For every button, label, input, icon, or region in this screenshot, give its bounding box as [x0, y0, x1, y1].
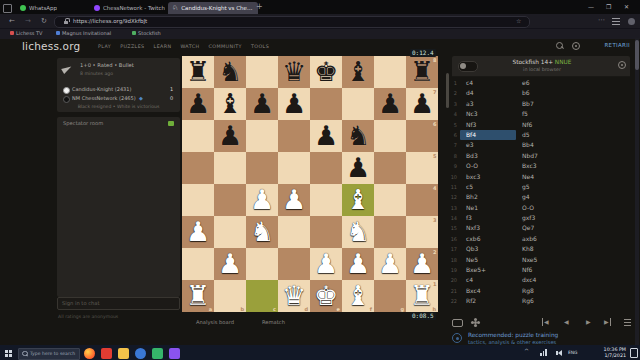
forward-button[interactable]: →: [25, 17, 31, 26]
square-h3[interactable]: 3: [406, 216, 438, 248]
black-n-piece-b8[interactable]: ♞: [214, 56, 246, 87]
move-number: 19: [450, 265, 460, 275]
move-number: 13: [450, 203, 460, 213]
move-9-b[interactable]: Bxc3: [516, 161, 572, 171]
square-e5[interactable]: [310, 152, 342, 184]
nav-tools[interactable]: TOOLS: [251, 44, 269, 49]
window-minimize-button[interactable]: —: [588, 3, 594, 10]
rematch-link[interactable]: Rematch: [262, 319, 285, 325]
file-label-a: a: [209, 306, 212, 312]
square-b5[interactable]: [214, 152, 246, 184]
square-h8[interactable]: ♜8: [406, 56, 438, 88]
square-d3[interactable]: [278, 216, 310, 248]
square-a6[interactable]: [182, 120, 214, 152]
bookmark-star-icon[interactable]: ☆: [516, 17, 521, 24]
next-move-button[interactable]: ▶: [586, 318, 591, 326]
move-19-w[interactable]: Bxe5+: [460, 265, 516, 275]
white-p-piece-a3[interactable]: ♟: [182, 216, 214, 247]
move-13-w[interactable]: Ne1: [460, 203, 516, 213]
taskbar-clock[interactable]: 10:36 PM 1/7/2021: [590, 347, 626, 359]
square-e4[interactable]: [310, 184, 342, 216]
gear-icon[interactable]: [572, 42, 580, 50]
black-b-piece-f8[interactable]: ♝: [342, 56, 374, 87]
bookmark-favicon: [10, 31, 14, 35]
move-10-b[interactable]: Ne4: [516, 172, 572, 182]
tab-overview-icon[interactable]: [3, 4, 12, 13]
black-p-piece-g7[interactable]: ♟: [374, 88, 406, 119]
move-number: 4: [450, 109, 460, 119]
nav-watch[interactable]: WATCH: [180, 44, 199, 49]
move-9-w[interactable]: O-O: [460, 161, 516, 171]
window-close-button[interactable]: ✕: [624, 3, 629, 10]
move-8-b[interactable]: Nbd7: [516, 151, 572, 161]
overflow-menu-icon[interactable]: ⋯: [598, 16, 605, 24]
square-f6[interactable]: ♞: [342, 120, 374, 152]
last-move-button[interactable]: ▶: [604, 318, 611, 326]
move-12-w[interactable]: Bh2: [460, 192, 516, 202]
move-number: 1: [450, 78, 460, 88]
notification-center-icon[interactable]: [630, 348, 638, 358]
square-f4[interactable]: ♝: [342, 184, 374, 216]
taskbar-app-5[interactable]: [152, 348, 163, 359]
start-button[interactable]: [5, 350, 12, 357]
taskbar-app-files[interactable]: [118, 348, 129, 359]
move-number: 2: [450, 88, 460, 98]
game-age: 8 minutes ago: [80, 71, 113, 76]
search-icon: [561, 46, 564, 49]
square-b7[interactable]: ♝: [214, 88, 246, 120]
square-c2[interactable]: [246, 248, 278, 280]
square-g6[interactable]: [374, 120, 406, 152]
move-18-b[interactable]: Nxe5: [516, 255, 572, 265]
move-number: 16: [450, 234, 460, 244]
rank-label-3: 3: [433, 217, 436, 223]
square-g4[interactable]: [374, 184, 406, 216]
move-number: 17: [450, 244, 460, 254]
move-19-b[interactable]: Nf6: [516, 265, 572, 275]
square-d6[interactable]: [278, 120, 310, 152]
moves-menu-icon[interactable]: [624, 319, 631, 326]
square-d5[interactable]: [278, 152, 310, 184]
promo-link-line1[interactable]: Recommended: puzzle training: [468, 332, 558, 338]
lichess-logo[interactable]: lichess.org: [22, 40, 80, 52]
move-7-w[interactable]: e3: [460, 140, 516, 150]
move-2-b[interactable]: b6: [516, 88, 572, 98]
taskbar-search-placeholder: Type here to search: [30, 351, 75, 356]
move-list: 1c4e62d4b63a3Bb74Nc3f55Nf3Nf66Bf4d57e3Bb…: [450, 78, 580, 307]
engine-settings-gear-icon[interactable]: [618, 61, 626, 69]
move-17-w[interactable]: Qb3: [460, 244, 516, 254]
move-14-w[interactable]: f3: [460, 213, 516, 223]
square-g7[interactable]: ♟: [374, 88, 406, 120]
previous-move-button[interactable]: ◀: [564, 318, 569, 326]
chat-note: All ratings are anonymous: [58, 314, 118, 319]
square-a4[interactable]: [182, 184, 214, 216]
clock-date: 1/7/2021: [590, 353, 626, 359]
file-label-h: h: [432, 306, 436, 312]
move-11-b[interactable]: g5: [516, 182, 572, 192]
square-f2[interactable]: ♟: [342, 248, 374, 280]
square-c1[interactable]: c: [246, 280, 278, 312]
move-3-w[interactable]: a3: [460, 99, 516, 109]
black-p-piece-b6[interactable]: ♟: [214, 120, 246, 151]
engine-toggle-knob: [460, 63, 466, 69]
bookmark-favicon: [56, 31, 60, 35]
square-a2[interactable]: [182, 248, 214, 280]
move-11-w[interactable]: c5: [460, 182, 516, 192]
move-16-b[interactable]: axb6: [516, 234, 572, 244]
taskbar-app-4[interactable]: [135, 348, 146, 359]
bookmark-item[interactable]: Magnus Invitational: [56, 30, 111, 36]
file-label-g: g: [400, 306, 404, 312]
bookmark-label: Stockfish: [138, 30, 161, 36]
analysis-settings-icon[interactable]: [474, 321, 477, 324]
site-nav: PLAY PUZZLES LEARN WATCH COMMUNITY TOOLS: [98, 44, 269, 49]
square-a1[interactable]: ♜a: [182, 280, 214, 312]
move-number: 14: [450, 213, 460, 223]
black-n-piece-f6[interactable]: ♞: [342, 120, 374, 151]
move-number: 10: [450, 172, 460, 182]
black-clock: 0:12.4: [410, 49, 436, 57]
move-14-b[interactable]: gxf3: [516, 213, 572, 223]
file-label-b: b: [240, 306, 244, 312]
square-b6[interactable]: ♟: [214, 120, 246, 152]
black-p-piece-f5[interactable]: ♟: [342, 152, 374, 183]
move-2-w[interactable]: d4: [460, 88, 516, 98]
black-p-piece-d7[interactable]: ♟: [278, 88, 310, 119]
first-move-button[interactable]: ◀: [542, 318, 549, 326]
file-label-f: f: [370, 306, 372, 312]
nav-community[interactable]: COMMUNITY: [208, 44, 241, 49]
white-p-piece-f2[interactable]: ♟: [342, 248, 374, 279]
black-q-piece-d8[interactable]: ♛: [278, 56, 310, 87]
move-5-b[interactable]: Nf6: [516, 120, 572, 130]
rank-label-4: 4: [433, 185, 436, 191]
move-21-w[interactable]: Bxc4: [460, 286, 516, 296]
move-1-w[interactable]: c4: [460, 78, 516, 88]
square-b4[interactable]: [214, 184, 246, 216]
move-6-w[interactable]: Bf4: [460, 130, 516, 140]
square-e7[interactable]: [310, 88, 342, 120]
square-c7[interactable]: ♟: [246, 88, 278, 120]
bookmark-item[interactable]: Stockfish: [132, 30, 161, 36]
white-clock: 0:08.5: [410, 312, 436, 320]
move-12-b[interactable]: g4: [516, 192, 572, 202]
move-20-b[interactable]: dxc4: [516, 275, 572, 285]
rank-label-1: 1: [433, 281, 436, 287]
analysis-board-link[interactable]: Analysis board: [196, 319, 234, 325]
puzzle-promo-icon: [452, 333, 462, 343]
square-e2[interactable]: ♟: [310, 248, 342, 280]
nav-play[interactable]: PLAY: [98, 44, 111, 49]
move-4-w[interactable]: Nc3: [460, 109, 516, 119]
black-p-piece-e6[interactable]: ♟: [310, 120, 342, 151]
taskbar-search-box[interactable]: Type here to search: [18, 348, 80, 360]
square-h2[interactable]: ♟2: [406, 248, 438, 280]
browser-tab-whatsapp[interactable]: WhatsApp: [16, 2, 90, 15]
chess-board: ♜♞♛♚♝♜8♟♝♟♟♟♟7♟♟♞6♟5♟♟♝4♟♞♞3♟♟♟♟♟2♜abc♛d…: [182, 56, 438, 312]
move-15-w[interactable]: Nxf3: [460, 223, 516, 233]
taskbar-app-firefox[interactable]: [84, 348, 95, 359]
rank-label-8: 8: [433, 57, 436, 63]
move-21-b[interactable]: Rg8: [516, 286, 572, 296]
black-b-piece-b7[interactable]: ♝: [214, 88, 246, 119]
move-13-b[interactable]: O-O: [516, 203, 572, 213]
square-a7[interactable]: ♟: [182, 88, 214, 120]
move-22-w[interactable]: Rf2: [460, 296, 516, 306]
white-player-name[interactable]: Candidus-Knight (2431): [72, 86, 131, 92]
chat-title: Spectator room: [63, 120, 103, 126]
move-list-scrollbar[interactable]: [446, 73, 449, 108]
square-d4[interactable]: ♟: [278, 184, 310, 216]
file-label-c: c: [273, 306, 276, 312]
square-c3[interactable]: ♞: [246, 216, 278, 248]
move-18-w[interactable]: Ne5: [460, 255, 516, 265]
bookmark-label: Lichess TV: [16, 30, 42, 36]
bookmark-label: Magnus Invitational: [62, 30, 111, 36]
file-label-d: d: [304, 306, 308, 312]
black-player-name[interactable]: NM ChessNetwork (2465): [72, 95, 136, 101]
keyboard-language[interactable]: ENG: [568, 350, 577, 355]
twitch-favicon: [94, 5, 100, 11]
taskbar-app-2[interactable]: [101, 348, 112, 359]
url-text: https://lichess.org/9dXkfbJt: [73, 18, 147, 24]
browser-tab-lichess-active[interactable]: ♘ Candidus-Knight vs ChessNetwork • lich…: [168, 2, 258, 15]
new-tab-button[interactable]: +: [256, 2, 263, 11]
move-number: 18: [450, 255, 460, 265]
white-p-piece-b2[interactable]: ♟: [214, 248, 246, 279]
square-g5[interactable]: [374, 152, 406, 184]
square-h5[interactable]: 5: [406, 152, 438, 184]
move-22-b[interactable]: Rg6: [516, 296, 572, 306]
chat-toggle[interactable]: [168, 121, 174, 126]
black-color-disc: [63, 96, 70, 103]
bookmark-favicon: [132, 31, 136, 35]
square-b2[interactable]: ♟: [214, 248, 246, 280]
square-c4[interactable]: ♟: [246, 184, 278, 216]
white-p-piece-d4[interactable]: ♟: [278, 184, 310, 215]
square-c6[interactable]: [246, 120, 278, 152]
chat-placeholder: Sign in to chat: [62, 300, 100, 306]
browser-menu-icon[interactable]: [612, 18, 620, 25]
square-f1[interactable]: ♝f: [342, 280, 374, 312]
square-g1[interactable]: g: [374, 280, 406, 312]
nav-learn[interactable]: LEARN: [154, 44, 172, 49]
square-f8[interactable]: ♝: [342, 56, 374, 88]
move-10-w[interactable]: bxc3: [460, 172, 516, 182]
move-number: 9: [450, 161, 460, 171]
window-maximize-button[interactable]: ❐: [606, 3, 611, 10]
tab-label: WhatsApp: [29, 5, 57, 11]
square-h4[interactable]: 4: [406, 184, 438, 216]
tab-label: ChessNetwork - Twitch: [103, 5, 165, 11]
move-number: 8: [450, 151, 460, 161]
white-n-piece-c3[interactable]: ♞: [246, 216, 278, 247]
square-h1[interactable]: ♜h1: [406, 280, 438, 312]
patron-wing-icon: ◆: [139, 95, 143, 101]
lichess-knight-favicon: ♘: [172, 2, 178, 14]
move-7-b[interactable]: Bb4: [516, 140, 572, 150]
white-b-piece-f4[interactable]: ♝: [342, 184, 374, 215]
lock-icon: [64, 21, 68, 24]
taskbar-app-6[interactable]: [169, 348, 180, 359]
reload-button[interactable]: ↻: [41, 17, 47, 26]
engine-name-text: Stockfish 14+: [513, 59, 553, 65]
square-c5[interactable]: [246, 152, 278, 184]
white-p-piece-c4[interactable]: ♟: [246, 184, 278, 215]
square-h7[interactable]: ♟7: [406, 88, 438, 120]
black-p-piece-c7[interactable]: ♟: [246, 88, 278, 119]
square-b1[interactable]: b: [214, 280, 246, 312]
chat-bubble-icon[interactable]: [452, 319, 463, 327]
move-number: 5: [450, 120, 460, 130]
move-20-w[interactable]: c4: [460, 275, 516, 285]
engine-name: Stockfish 14+ NNUE: [482, 59, 602, 65]
move-8-w[interactable]: Bd3: [460, 151, 516, 161]
browser-profile-avatar[interactable]: [628, 18, 635, 25]
white-result: 1: [170, 86, 173, 92]
desktop-screenshot: WhatsApp ChessNetwork - Twitch ♘ Candidu…: [0, 0, 640, 360]
move-17-b[interactable]: Kh8: [516, 244, 572, 254]
white-p-piece-e2[interactable]: ♟: [310, 248, 342, 279]
rank-label-2: 2: [433, 249, 436, 255]
file-label-e: e: [337, 306, 340, 312]
square-d1[interactable]: ♛d: [278, 280, 310, 312]
black-k-piece-e8[interactable]: ♚: [310, 56, 342, 87]
rank-label-7: 7: [433, 89, 436, 95]
white-p-piece-g2[interactable]: ♟: [374, 248, 406, 279]
page-scrollbar-track: [635, 38, 639, 345]
tab-label: Candidus-Knight vs ChessNetwork • liches…: [181, 5, 254, 11]
square-e3[interactable]: [310, 216, 342, 248]
square-b3[interactable]: [214, 216, 246, 248]
move-5-w[interactable]: Nf3: [460, 120, 516, 130]
time-control: 1+0 • Rated • Bullet: [80, 62, 134, 68]
black-r-piece-a8[interactable]: ♜: [182, 56, 214, 87]
square-e6[interactable]: ♟: [310, 120, 342, 152]
network-icon[interactable]: [540, 349, 548, 356]
square-a8[interactable]: ♜: [182, 56, 214, 88]
square-f5[interactable]: ♟: [342, 152, 374, 184]
move-3-b[interactable]: Bb7: [516, 99, 572, 109]
square-a5[interactable]: [182, 152, 214, 184]
move-number: 7: [450, 140, 460, 150]
white-n-piece-f3[interactable]: ♞: [342, 216, 374, 247]
move-15-b[interactable]: Qe7: [516, 223, 572, 233]
square-b8[interactable]: ♞: [214, 56, 246, 88]
move-number: 12: [450, 192, 460, 202]
move-number: 21: [450, 286, 460, 296]
square-g8[interactable]: [374, 56, 406, 88]
square-f7[interactable]: [342, 88, 374, 120]
square-d8[interactable]: ♛: [278, 56, 310, 88]
engine-nnue-badge: NNUE: [555, 59, 572, 65]
move-number: 15: [450, 223, 460, 233]
tray-expand-icon[interactable]: ^: [524, 347, 529, 354]
volume-icon: [558, 350, 562, 356]
bookmark-item[interactable]: Lichess TV: [10, 30, 42, 36]
move-1-b[interactable]: e6: [516, 78, 572, 88]
square-c8[interactable]: [246, 56, 278, 88]
move-number: 3: [450, 99, 460, 109]
move-16-w[interactable]: cxb6: [460, 234, 516, 244]
rank-label-5: 5: [433, 153, 436, 159]
whatsapp-favicon: [20, 5, 26, 11]
page-scrollbar-thumb[interactable]: [635, 40, 639, 70]
move-number: 6: [450, 130, 460, 140]
square-h6[interactable]: 6: [406, 120, 438, 152]
move-4-b[interactable]: f5: [516, 109, 572, 119]
move-number: 22: [450, 296, 460, 306]
square-a3[interactable]: ♟: [182, 216, 214, 248]
square-e1[interactable]: ♚e: [310, 280, 342, 312]
black-p-piece-a7[interactable]: ♟: [182, 88, 214, 119]
move-6-b[interactable]: d5: [516, 130, 572, 140]
black-result: 0: [170, 95, 173, 101]
spectator-chat-panel: [57, 117, 180, 297]
square-g3[interactable]: [374, 216, 406, 248]
square-e8[interactable]: ♚: [310, 56, 342, 88]
square-f3[interactable]: ♞: [342, 216, 374, 248]
move-number: 20: [450, 275, 460, 285]
game-status: Black resigned • White is victorious: [57, 104, 180, 109]
rank-label-6: 6: [433, 121, 436, 127]
square-g2[interactable]: ♟: [374, 248, 406, 280]
logged-in-username[interactable]: RETIARII: [604, 42, 630, 48]
nav-puzzles[interactable]: PUZZLES: [120, 44, 144, 49]
square-d2[interactable]: [278, 248, 310, 280]
back-button[interactable]: ←: [9, 17, 15, 26]
white-color-disc: [63, 87, 70, 94]
browser-tab-twitch[interactable]: ChessNetwork - Twitch: [90, 2, 170, 15]
search-icon: [26, 354, 28, 356]
move-number: 11: [450, 182, 460, 192]
square-d7[interactable]: ♟: [278, 88, 310, 120]
engine-location: in local browser: [482, 67, 602, 72]
